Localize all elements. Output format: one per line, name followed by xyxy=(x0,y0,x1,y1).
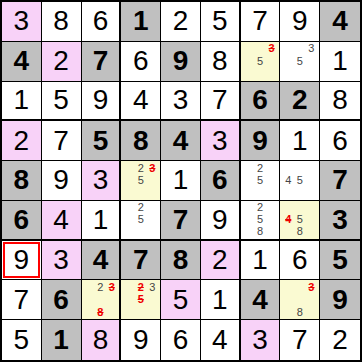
cell-r4c6[interactable]: 3 xyxy=(201,121,241,161)
cell-r8c4[interactable]: 235 xyxy=(121,280,161,320)
cell-r6c1[interactable]: 6 xyxy=(2,201,42,241)
candidate-mark: 8 xyxy=(294,226,306,238)
solved-digit: 1 xyxy=(292,127,308,155)
candidate-mark: 8 xyxy=(294,306,306,318)
solved-digit: 2 xyxy=(332,326,348,354)
candidate-mark: 3 xyxy=(306,43,318,55)
solved-digit: 9 xyxy=(212,206,228,234)
candidate-mark: 5 xyxy=(254,55,266,67)
solved-digit: 7 xyxy=(292,326,308,354)
cell-r8c3[interactable]: 238 xyxy=(82,280,122,320)
cell-r1c1[interactable]: 3 xyxy=(2,2,42,42)
solved-digit: 4 xyxy=(53,206,69,234)
cell-r2c5[interactable]: 9 xyxy=(161,42,201,82)
candidate-mark: 2 xyxy=(254,162,266,174)
cell-r4c5[interactable]: 4 xyxy=(161,121,201,161)
cell-r1c5[interactable]: 2 xyxy=(161,2,201,42)
candidate-mark: 5 xyxy=(294,174,306,186)
candidate-grid: 235 xyxy=(123,162,158,199)
solved-digit: 7 xyxy=(14,286,30,314)
solved-digit: 7 xyxy=(252,7,268,35)
solved-digit: 3 xyxy=(53,246,69,274)
candidate-grid: 258 xyxy=(243,202,278,238)
cell-r4c2[interactable]: 7 xyxy=(42,121,82,161)
cell-r8c5[interactable]: 5 xyxy=(161,280,201,320)
cell-r5c1[interactable]: 8 xyxy=(2,161,42,201)
cell-r2c6[interactable]: 8 xyxy=(201,42,241,82)
cell-r2c7[interactable]: 35 xyxy=(241,42,281,82)
solved-digit: 3 xyxy=(212,127,228,155)
given-digit: 7 xyxy=(133,246,149,274)
solved-digit: 1 xyxy=(212,286,228,314)
candidate-grid: 25 xyxy=(123,202,158,238)
cell-r6c7[interactable]: 258 xyxy=(241,201,281,241)
cell-r1c2[interactable]: 8 xyxy=(42,2,82,42)
cell-r2c3[interactable]: 7 xyxy=(82,42,122,82)
cell-r1c9[interactable]: 4 xyxy=(320,2,360,42)
given-digit: 1 xyxy=(133,7,149,35)
given-digit: 5 xyxy=(332,246,348,274)
cell-r8c6[interactable]: 1 xyxy=(201,280,241,320)
candidate-mark-struck: 2 xyxy=(135,281,147,293)
candidate-mark: 2 xyxy=(135,202,147,214)
given-digit: 4 xyxy=(252,286,268,314)
solved-digit: 6 xyxy=(133,47,149,75)
candidate-mark: 5 xyxy=(294,55,306,67)
cell-r6c3[interactable]: 1 xyxy=(82,201,122,241)
solved-digit: 6 xyxy=(332,127,348,155)
given-digit: 9 xyxy=(332,286,348,314)
cell-r4c9[interactable]: 6 xyxy=(320,121,360,161)
given-digit: 8 xyxy=(133,127,149,155)
solved-digit: 9 xyxy=(292,7,308,35)
solved-digit: 2 xyxy=(212,246,228,274)
cell-r2c4[interactable]: 6 xyxy=(121,42,161,82)
cell-r9c2[interactable]: 1 xyxy=(42,320,82,360)
solved-digit: 2 xyxy=(14,127,30,155)
cell-r2c8[interactable]: 35 xyxy=(280,42,320,82)
cell-r9c5[interactable]: 6 xyxy=(161,320,201,360)
solved-digit: 3 xyxy=(173,86,189,114)
candidate-mark: 5 xyxy=(254,214,266,226)
cell-r8c9[interactable]: 9 xyxy=(320,280,360,320)
cell-r5c8[interactable]: 45 xyxy=(280,161,320,201)
cell-r5c7[interactable]: 25 xyxy=(241,161,281,201)
candidate-mark-struck: 3 xyxy=(147,162,159,174)
cell-r8c2[interactable]: 6 xyxy=(42,280,82,320)
cell-r5c2[interactable]: 9 xyxy=(42,161,82,201)
cell-r6c8[interactable]: 458 xyxy=(280,201,320,241)
candidate-mark-struck: 3 xyxy=(306,281,318,293)
candidate-mark: 2 xyxy=(254,202,266,214)
solved-digit: 9 xyxy=(53,166,69,194)
given-digit: 4 xyxy=(14,47,30,75)
solved-digit: 2 xyxy=(53,47,69,75)
given-digit: 6 xyxy=(14,206,30,234)
solved-digit: 6 xyxy=(93,7,109,35)
solved-digit: 1 xyxy=(14,86,30,114)
solved-digit: 1 xyxy=(252,246,268,274)
candidate-mark: 8 xyxy=(254,226,266,238)
given-digit: 9 xyxy=(252,127,268,155)
solved-digit: 8 xyxy=(332,86,348,114)
given-digit: 9 xyxy=(173,47,189,75)
cell-r6c2[interactable]: 4 xyxy=(42,201,82,241)
solved-digit: 8 xyxy=(93,326,109,354)
candidate-mark: 5 xyxy=(294,214,306,226)
solved-digit: 9 xyxy=(133,326,149,354)
given-digit: 7 xyxy=(173,206,189,234)
candidate-mark: 3 xyxy=(147,281,159,293)
solved-digit: 9 xyxy=(93,86,109,114)
cell-r1c6[interactable]: 5 xyxy=(201,2,241,42)
cell-r4c8[interactable]: 1 xyxy=(280,121,320,161)
candidate-mark-struck: 3 xyxy=(266,43,278,55)
solved-digit: 8 xyxy=(212,47,228,75)
cell-r7c8[interactable]: 6 xyxy=(280,241,320,281)
cell-r9c3[interactable]: 8 xyxy=(82,320,122,360)
solved-digit: 7 xyxy=(212,86,228,114)
cell-r8c1[interactable]: 7 xyxy=(2,280,42,320)
candidate-mark: 2 xyxy=(95,281,106,293)
cell-r3c8[interactable]: 2 xyxy=(280,82,320,122)
cell-r4c4[interactable]: 8 xyxy=(121,121,161,161)
cell-r3c5[interactable]: 3 xyxy=(161,82,201,122)
cell-r2c9[interactable]: 1 xyxy=(320,42,360,82)
given-digit: 2 xyxy=(292,86,308,114)
cell-r9c9[interactable]: 2 xyxy=(320,320,360,360)
cell-r7c5[interactable]: 8 xyxy=(161,241,201,281)
candidate-grid: 38 xyxy=(282,281,317,318)
solved-digit: 2 xyxy=(173,7,189,35)
solved-digit: 3 xyxy=(252,326,268,354)
cell-r8c7[interactable]: 4 xyxy=(241,280,281,320)
cell-r2c1[interactable]: 4 xyxy=(2,42,42,82)
candidate-grid: 45 xyxy=(282,162,317,199)
sudoku-board: 3861257944276983535115943762827584391689… xyxy=(0,0,362,362)
candidate-mark: 5 xyxy=(254,174,266,186)
candidate-mark-struck: 5 xyxy=(135,294,147,306)
given-digit: 6 xyxy=(212,166,228,194)
candidate-mark-struck: 8 xyxy=(95,306,106,318)
solved-digit: 6 xyxy=(292,246,308,274)
solved-digit: 1 xyxy=(93,206,109,234)
solved-digit: 1 xyxy=(332,47,348,75)
cell-r1c8[interactable]: 9 xyxy=(280,2,320,42)
cell-r4c3[interactable]: 5 xyxy=(82,121,122,161)
solved-digit: 9 xyxy=(14,246,30,274)
given-digit: 4 xyxy=(332,7,348,35)
cell-r9c8[interactable]: 7 xyxy=(280,320,320,360)
given-digit: 1 xyxy=(53,326,69,354)
candidate-grid: 35 xyxy=(243,43,278,80)
candidate-mark: 2 xyxy=(135,162,147,174)
candidate-mark-struck: 4 xyxy=(282,214,294,226)
given-digit: 6 xyxy=(252,86,268,114)
given-digit: 7 xyxy=(332,166,348,194)
cell-r3c6[interactable]: 7 xyxy=(201,82,241,122)
cell-r7c3[interactable]: 4 xyxy=(82,241,122,281)
candidate-mark: 5 xyxy=(135,214,147,226)
cell-r4c1[interactable]: 2 xyxy=(2,121,42,161)
candidate-mark: 4 xyxy=(282,174,294,186)
cell-r3c2[interactable]: 5 xyxy=(42,82,82,122)
cell-r2c2[interactable]: 2 xyxy=(42,42,82,82)
cell-r4c7[interactable]: 9 xyxy=(241,121,281,161)
solved-digit: 4 xyxy=(133,86,149,114)
cell-r3c4[interactable]: 4 xyxy=(121,82,161,122)
cell-r1c7[interactable]: 7 xyxy=(241,2,281,42)
cell-r7c2[interactable]: 3 xyxy=(42,241,82,281)
candidate-grid: 238 xyxy=(84,281,118,318)
solved-digit: 3 xyxy=(14,7,30,35)
given-digit: 4 xyxy=(93,246,109,274)
solved-digit: 5 xyxy=(173,286,189,314)
cell-r1c3[interactable]: 6 xyxy=(82,2,122,42)
cell-r1c4[interactable]: 1 xyxy=(121,2,161,42)
candidate-grid: 235 xyxy=(123,281,158,318)
candidate-mark: 5 xyxy=(135,174,147,186)
candidate-mark-struck: 3 xyxy=(106,281,117,293)
candidate-grid: 25 xyxy=(243,162,278,199)
candidate-grid: 458 xyxy=(282,202,317,238)
given-digit: 4 xyxy=(173,127,189,155)
given-digit: 3 xyxy=(332,206,348,234)
cell-r5c4[interactable]: 235 xyxy=(121,161,161,201)
cell-r5c5[interactable]: 1 xyxy=(161,161,201,201)
cell-r7c9[interactable]: 5 xyxy=(320,241,360,281)
solved-digit: 5 xyxy=(212,7,228,35)
cell-r9c6[interactable]: 4 xyxy=(201,320,241,360)
cell-r8c8[interactable]: 38 xyxy=(280,280,320,320)
cell-r6c5[interactable]: 7 xyxy=(161,201,201,241)
solved-digit: 6 xyxy=(173,326,189,354)
cell-r6c4[interactable]: 25 xyxy=(121,201,161,241)
cell-r3c7[interactable]: 6 xyxy=(241,82,281,122)
given-digit: 8 xyxy=(14,166,30,194)
cell-r7c1[interactable]: 9 xyxy=(2,241,42,281)
solved-digit: 4 xyxy=(212,326,228,354)
cell-r3c1[interactable]: 1 xyxy=(2,82,42,122)
cell-r3c9[interactable]: 8 xyxy=(320,82,360,122)
cell-r7c7[interactable]: 1 xyxy=(241,241,281,281)
cell-r9c7[interactable]: 3 xyxy=(241,320,281,360)
solved-digit: 8 xyxy=(53,7,69,35)
cell-r6c6[interactable]: 9 xyxy=(201,201,241,241)
cell-r3c3[interactable]: 9 xyxy=(82,82,122,122)
given-digit: 8 xyxy=(173,246,189,274)
candidate-grid: 35 xyxy=(282,43,317,80)
given-digit: 5 xyxy=(93,127,109,155)
cell-r7c6[interactable]: 2 xyxy=(201,241,241,281)
cell-r5c6[interactable]: 6 xyxy=(201,161,241,201)
cell-r9c1[interactable]: 5 xyxy=(2,320,42,360)
given-digit: 6 xyxy=(53,286,69,314)
solved-digit: 5 xyxy=(14,326,30,354)
given-digit: 7 xyxy=(93,47,109,75)
solved-digit: 3 xyxy=(93,166,109,194)
cell-r5c9[interactable]: 7 xyxy=(320,161,360,201)
cell-r6c9[interactable]: 3 xyxy=(320,201,360,241)
solved-digit: 5 xyxy=(53,86,69,114)
solved-digit: 1 xyxy=(173,166,189,194)
cell-r9c4[interactable]: 9 xyxy=(121,320,161,360)
cell-r5c3[interactable]: 3 xyxy=(82,161,122,201)
cell-r7c4[interactable]: 7 xyxy=(121,241,161,281)
solved-digit: 7 xyxy=(53,127,69,155)
